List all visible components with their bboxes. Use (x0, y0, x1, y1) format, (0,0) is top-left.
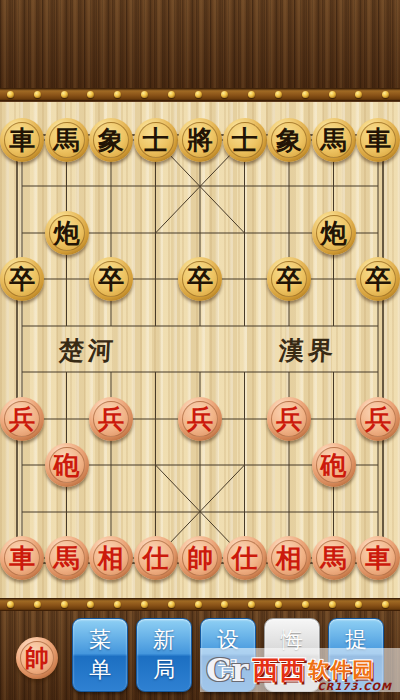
piece-black-elephant[interactable]: 象 (267, 118, 311, 162)
new-game-button-label: 新局 (151, 625, 177, 685)
rail-stud (141, 601, 148, 608)
rail-stud (275, 91, 282, 98)
piece-glyph: 卒 (187, 266, 213, 292)
river-label-han-jie: 漢界 (247, 334, 369, 367)
piece-glyph: 車 (9, 127, 35, 153)
piece-black-elephant[interactable]: 象 (89, 118, 133, 162)
piece-black-horse[interactable]: 馬 (45, 118, 89, 162)
piece-black-chariot[interactable]: 車 (356, 118, 400, 162)
piece-glyph: 卒 (276, 266, 302, 292)
piece-glyph: 炮 (54, 220, 80, 246)
piece-red-soldier[interactable]: 兵 (89, 397, 133, 441)
piece-red-elephant[interactable]: 相 (89, 536, 133, 580)
piece-red-horse[interactable]: 馬 (312, 536, 356, 580)
piece-black-soldier[interactable]: 卒 (178, 257, 222, 301)
piece-black-advisor[interactable]: 士 (223, 118, 267, 162)
piece-glyph: 炮 (321, 220, 347, 246)
piece-red-soldier[interactable]: 兵 (356, 397, 400, 441)
piece-black-soldier[interactable]: 卒 (89, 257, 133, 301)
piece-red-general[interactable]: 帥 (178, 536, 222, 580)
piece-glyph: 兵 (365, 406, 391, 432)
watermark-logo: Cr (206, 651, 248, 689)
rail-stud (329, 91, 336, 98)
rail-stud (221, 91, 228, 98)
piece-glyph: 兵 (98, 406, 124, 432)
rail-stud (355, 601, 362, 608)
piece-glyph: 象 (98, 127, 124, 153)
rail-stud (114, 601, 121, 608)
rail-stud (87, 91, 94, 98)
xiangqi-app-screen: 楚河 漢界 車馬象士將士象馬車炮炮卒卒卒卒卒兵兵兵兵兵砲砲車馬相仕帥仕相馬車 帥… (0, 0, 400, 700)
piece-glyph: 士 (232, 127, 258, 153)
piece-glyph: 車 (365, 545, 391, 571)
rail-stud (382, 601, 389, 608)
piece-glyph: 砲 (54, 452, 80, 478)
piece-black-advisor[interactable]: 士 (134, 118, 178, 162)
rail-stud (221, 601, 228, 608)
piece-glyph: 仕 (232, 545, 258, 571)
new-game-button[interactable]: 新局 (136, 618, 192, 692)
piece-glyph: 相 (276, 545, 302, 571)
piece-red-horse[interactable]: 馬 (45, 536, 89, 580)
rail-stud (168, 91, 175, 98)
rail-stud (329, 601, 336, 608)
piece-glyph: 將 (187, 127, 213, 153)
piece-glyph: 兵 (187, 406, 213, 432)
piece-glyph: 馬 (321, 545, 347, 571)
piece-red-advisor[interactable]: 仕 (134, 536, 178, 580)
watermark-banner: Cr 西西 软件园 CR173.COM (200, 648, 400, 692)
rail-stud (34, 91, 41, 98)
top-studded-rail (0, 88, 400, 101)
piece-black-soldier[interactable]: 卒 (0, 257, 44, 301)
piece-red-chariot[interactable]: 車 (0, 536, 44, 580)
rail-stud (248, 601, 255, 608)
piece-glyph: 兵 (276, 406, 302, 432)
rail-stud (195, 91, 202, 98)
rail-stud (61, 601, 68, 608)
rail-stud (114, 91, 121, 98)
piece-glyph: 馬 (54, 127, 80, 153)
piece-black-soldier[interactable]: 卒 (356, 257, 400, 301)
rail-stud (355, 91, 362, 98)
piece-glyph: 馬 (54, 545, 80, 571)
rail-stud (302, 601, 309, 608)
piece-black-soldier[interactable]: 卒 (267, 257, 311, 301)
watermark-site-name: 西西 (252, 653, 306, 688)
piece-red-soldier[interactable]: 兵 (267, 397, 311, 441)
river-label-chu-he: 楚河 (27, 334, 149, 367)
piece-glyph: 馬 (321, 127, 347, 153)
rail-stud (275, 601, 282, 608)
piece-red-cannon[interactable]: 砲 (312, 443, 356, 487)
rail-stud (302, 91, 309, 98)
turn-indicator-piece: 帥 (16, 637, 58, 679)
piece-glyph: 仕 (143, 545, 169, 571)
rail-stud (141, 91, 148, 98)
rail-stud (248, 91, 255, 98)
menu-button-label: 菜单 (87, 625, 113, 685)
piece-glyph: 卒 (365, 266, 391, 292)
rail-stud (34, 601, 41, 608)
piece-red-advisor[interactable]: 仕 (223, 536, 267, 580)
xiangqi-board[interactable]: 楚河 漢界 (0, 102, 400, 598)
top-wood-frame (0, 0, 400, 88)
rail-stud (7, 91, 14, 98)
watermark-site-suffix: 软件园 (308, 656, 374, 684)
piece-red-soldier[interactable]: 兵 (178, 397, 222, 441)
piece-black-cannon[interactable]: 炮 (45, 211, 89, 255)
piece-glyph: 車 (365, 127, 391, 153)
piece-red-soldier[interactable]: 兵 (0, 397, 44, 441)
piece-glyph: 卒 (98, 266, 124, 292)
watermark-domain: CR173.COM (317, 681, 392, 692)
piece-glyph: 砲 (321, 452, 347, 478)
piece-glyph: 帥 (187, 545, 213, 571)
piece-glyph: 兵 (9, 406, 35, 432)
piece-glyph: 卒 (9, 266, 35, 292)
rail-stud (61, 91, 68, 98)
menu-button[interactable]: 菜单 (72, 618, 128, 692)
bottom-studded-rail (0, 598, 400, 611)
rail-stud (87, 601, 94, 608)
turn-indicator-glyph: 帥 (25, 646, 49, 670)
piece-red-chariot[interactable]: 車 (356, 536, 400, 580)
piece-red-elephant[interactable]: 相 (267, 536, 311, 580)
piece-glyph: 象 (276, 127, 302, 153)
piece-black-cannon[interactable]: 炮 (312, 211, 356, 255)
piece-glyph: 士 (143, 127, 169, 153)
piece-red-cannon[interactable]: 砲 (45, 443, 89, 487)
rail-stud (168, 601, 175, 608)
rail-stud (195, 601, 202, 608)
piece-black-general[interactable]: 將 (178, 118, 222, 162)
piece-black-horse[interactable]: 馬 (312, 118, 356, 162)
piece-glyph: 相 (98, 545, 124, 571)
rail-stud (382, 91, 389, 98)
piece-black-chariot[interactable]: 車 (0, 118, 44, 162)
rail-stud (7, 601, 14, 608)
piece-glyph: 車 (9, 545, 35, 571)
